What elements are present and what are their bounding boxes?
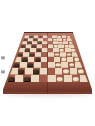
light-piece [54, 45, 58, 48]
board-square [33, 68, 40, 75]
light-piece [69, 63, 75, 66]
dark-piece [30, 53, 35, 56]
light-piece [56, 77, 62, 81]
board-square [18, 68, 25, 75]
board-square [62, 68, 69, 75]
light-piece [71, 49, 76, 52]
latch-icon [1, 56, 5, 59]
light-piece [66, 53, 71, 56]
board-square [20, 62, 27, 68]
board-square [31, 75, 39, 83]
board-square [47, 68, 54, 75]
light-piece [63, 39, 67, 41]
fold-seam [47, 33, 48, 94]
light-piece [74, 58, 79, 61]
board-square [34, 62, 41, 68]
board-square [70, 68, 77, 75]
light-piece [57, 36, 61, 38]
light-piece [69, 42, 73, 44]
board-far-edge [24, 32, 73, 33]
light-piece [54, 53, 59, 56]
light-piece [60, 49, 65, 52]
dark-piece [37, 49, 42, 52]
light-piece [58, 42, 62, 44]
light-piece [55, 63, 61, 66]
product-photo [0, 0, 95, 126]
board-square [47, 75, 55, 83]
board-square [55, 68, 62, 75]
board-square [23, 75, 31, 83]
dark-piece [25, 49, 30, 52]
board-square [68, 62, 75, 68]
dark-piece [27, 63, 33, 66]
dark-piece [29, 36, 33, 38]
board-square [25, 68, 32, 75]
board-square [15, 75, 23, 83]
latch-icon [1, 70, 5, 74]
dark-piece [38, 42, 42, 44]
dark-piece [35, 58, 40, 61]
dark-piece [22, 58, 27, 61]
dark-piece [24, 77, 30, 81]
light-piece [63, 70, 69, 74]
board-square [48, 62, 55, 68]
board-square [55, 62, 62, 68]
dark-piece [27, 42, 31, 44]
dark-piece [39, 36, 43, 38]
light-piece [61, 58, 66, 61]
board-square [56, 75, 64, 83]
board-square [27, 62, 34, 68]
light-piece [73, 77, 79, 81]
dark-piece [33, 39, 37, 41]
dark-piece [24, 39, 28, 41]
dark-piece [18, 70, 24, 74]
dark-piece [18, 53, 23, 56]
light-piece [53, 39, 57, 41]
light-piece [64, 45, 68, 48]
dark-piece [32, 45, 36, 48]
light-piece [67, 36, 71, 38]
dark-piece [33, 70, 39, 74]
board-square [61, 62, 68, 68]
dark-piece [21, 45, 25, 48]
board-square [72, 75, 80, 83]
board-square [64, 75, 72, 83]
